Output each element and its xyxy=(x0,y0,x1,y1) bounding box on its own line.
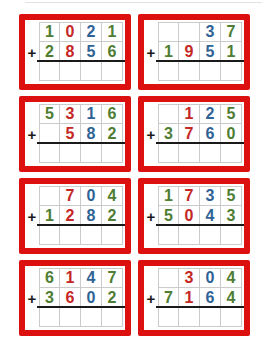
answer-cell xyxy=(81,308,102,327)
digit-cell: 5 xyxy=(39,104,60,124)
worksheet-page: 1021+285637+19515316+582125+3760704+1282… xyxy=(0,0,270,350)
digit-cell: 8 xyxy=(81,124,102,144)
addition-card: 125+3760 xyxy=(138,96,250,172)
digit-cell xyxy=(158,22,179,42)
answer-cell xyxy=(39,144,60,163)
digit-cell: 4 xyxy=(221,268,242,288)
answer-cell xyxy=(81,144,102,163)
answer-cell xyxy=(179,308,200,327)
operator-cell: + xyxy=(25,206,39,226)
spacer-cell xyxy=(25,104,39,124)
addition-card: 304+7164 xyxy=(138,260,250,336)
digit-cell: 1 xyxy=(39,206,60,226)
digit-cell: 2 xyxy=(39,42,60,62)
digit-cell: 1 xyxy=(158,42,179,62)
digit-cell xyxy=(158,268,179,288)
digit-cell: 1 xyxy=(39,22,60,42)
operator-cell: + xyxy=(144,124,158,144)
digit-cell: 6 xyxy=(39,268,60,288)
answer-cell xyxy=(102,144,123,163)
answer-cell xyxy=(102,308,123,327)
digit-cell: 7 xyxy=(221,22,242,42)
spacer-cell xyxy=(25,226,39,245)
digit-cell: 0 xyxy=(200,268,221,288)
digit-cell: 6 xyxy=(200,288,221,308)
answer-cell xyxy=(158,308,179,327)
answer-cell xyxy=(158,144,179,163)
answer-cell xyxy=(60,144,81,163)
operator-cell: + xyxy=(144,42,158,62)
digit-cell: 5 xyxy=(221,186,242,206)
digit-cell: 3 xyxy=(39,288,60,308)
digit-cell xyxy=(39,186,60,206)
digit-cell: 4 xyxy=(200,206,221,226)
digit-cell: 2 xyxy=(81,22,102,42)
digit-cell: 9 xyxy=(179,42,200,62)
digit-cell: 3 xyxy=(200,22,221,42)
spacer-cell xyxy=(144,62,158,81)
answer-cell xyxy=(39,226,60,245)
sum-line xyxy=(156,60,244,62)
page-edge-line xyxy=(25,2,262,3)
digit-cell: 0 xyxy=(81,186,102,206)
digit-cell: 2 xyxy=(102,206,123,226)
digit-cell: 2 xyxy=(200,104,221,124)
digit-cell: 4 xyxy=(102,186,123,206)
spacer-cell xyxy=(25,62,39,81)
sum-line xyxy=(156,142,244,144)
digit-cell: 7 xyxy=(158,288,179,308)
digit-cell: 2 xyxy=(60,206,81,226)
digit-cell: 6 xyxy=(102,42,123,62)
addition-grid: 1735+5043 xyxy=(144,184,244,248)
digit-cell: 1 xyxy=(60,268,81,288)
addition-grid: 5316+582 xyxy=(25,102,125,166)
sum-line xyxy=(156,224,244,226)
digit-cell: 5 xyxy=(221,104,242,124)
digit-cell: 3 xyxy=(221,206,242,226)
spacer-cell xyxy=(25,268,39,288)
spacer-cell xyxy=(144,308,158,327)
digit-cell: 2 xyxy=(102,288,123,308)
sum-line xyxy=(37,306,125,308)
spacer-cell xyxy=(25,186,39,206)
answer-cell xyxy=(60,62,81,81)
digit-cell: 5 xyxy=(200,42,221,62)
answer-cell xyxy=(60,308,81,327)
operator-cell: + xyxy=(25,124,39,144)
digit-cell: 3 xyxy=(158,124,179,144)
answer-cell xyxy=(200,144,221,163)
sum-line xyxy=(37,142,125,144)
answer-cell xyxy=(179,62,200,81)
digit-cell: 3 xyxy=(200,186,221,206)
cards-grid: 1021+285637+19515316+582125+3760704+1282… xyxy=(19,14,250,336)
digit-cell: 1 xyxy=(102,22,123,42)
answer-cell xyxy=(179,226,200,245)
answer-cell xyxy=(179,144,200,163)
addition-grid: 704+1282 xyxy=(25,184,125,248)
answer-cell xyxy=(221,308,242,327)
answer-cell xyxy=(221,62,242,81)
answer-cell xyxy=(81,226,102,245)
digit-cell: 7 xyxy=(60,186,81,206)
digit-cell: 0 xyxy=(179,206,200,226)
digit-cell: 5 xyxy=(60,124,81,144)
digit-cell xyxy=(39,124,60,144)
digit-cell: 1 xyxy=(179,104,200,124)
answer-cell xyxy=(39,308,60,327)
digit-cell: 7 xyxy=(102,268,123,288)
addition-grid: 37+1951 xyxy=(144,20,244,84)
digit-cell: 1 xyxy=(221,42,242,62)
spacer-cell xyxy=(144,226,158,245)
digit-cell: 0 xyxy=(221,124,242,144)
digit-cell: 2 xyxy=(102,124,123,144)
digit-cell: 0 xyxy=(60,22,81,42)
digit-cell xyxy=(158,104,179,124)
digit-cell: 6 xyxy=(102,104,123,124)
addition-grid: 125+3760 xyxy=(144,102,244,166)
addition-grid: 304+7164 xyxy=(144,266,244,330)
sum-line xyxy=(37,224,125,226)
digit-cell: 0 xyxy=(81,288,102,308)
digit-cell xyxy=(179,22,200,42)
addition-card: 6147+3602 xyxy=(19,260,131,336)
addition-card: 1735+5043 xyxy=(138,178,250,254)
operator-cell: + xyxy=(144,288,158,308)
spacer-cell xyxy=(144,104,158,124)
digit-cell: 6 xyxy=(60,288,81,308)
digit-cell: 1 xyxy=(81,104,102,124)
answer-cell xyxy=(158,226,179,245)
sum-line xyxy=(156,306,244,308)
spacer-cell xyxy=(25,144,39,163)
spacer-cell xyxy=(25,22,39,42)
answer-cell xyxy=(158,62,179,81)
digit-cell: 7 xyxy=(179,186,200,206)
operator-cell: + xyxy=(25,288,39,308)
addition-card: 5316+582 xyxy=(19,96,131,172)
digit-cell: 8 xyxy=(60,42,81,62)
answer-cell xyxy=(102,226,123,245)
spacer-cell xyxy=(144,22,158,42)
digit-cell: 3 xyxy=(179,268,200,288)
answer-cell xyxy=(81,62,102,81)
digit-cell: 1 xyxy=(158,186,179,206)
answer-cell xyxy=(200,308,221,327)
addition-card: 704+1282 xyxy=(19,178,131,254)
spacer-cell xyxy=(25,308,39,327)
addition-grid: 1021+2856 xyxy=(25,20,125,84)
digit-cell: 5 xyxy=(158,206,179,226)
addition-card: 1021+2856 xyxy=(19,14,131,90)
operator-cell: + xyxy=(25,42,39,62)
answer-cell xyxy=(200,226,221,245)
digit-cell: 1 xyxy=(179,288,200,308)
addition-grid: 6147+3602 xyxy=(25,266,125,330)
digit-cell: 5 xyxy=(81,42,102,62)
digit-cell: 4 xyxy=(221,288,242,308)
answer-cell xyxy=(221,144,242,163)
spacer-cell xyxy=(144,186,158,206)
answer-cell xyxy=(39,62,60,81)
digit-cell: 6 xyxy=(200,124,221,144)
answer-cell xyxy=(221,226,242,245)
operator-cell: + xyxy=(144,206,158,226)
answer-cell xyxy=(60,226,81,245)
spacer-cell xyxy=(144,144,158,163)
digit-cell: 8 xyxy=(81,206,102,226)
sum-line xyxy=(37,60,125,62)
digit-cell: 7 xyxy=(179,124,200,144)
digit-cell: 3 xyxy=(60,104,81,124)
digit-cell: 4 xyxy=(81,268,102,288)
addition-card: 37+1951 xyxy=(138,14,250,90)
answer-cell xyxy=(102,62,123,81)
spacer-cell xyxy=(144,268,158,288)
answer-cell xyxy=(200,62,221,81)
